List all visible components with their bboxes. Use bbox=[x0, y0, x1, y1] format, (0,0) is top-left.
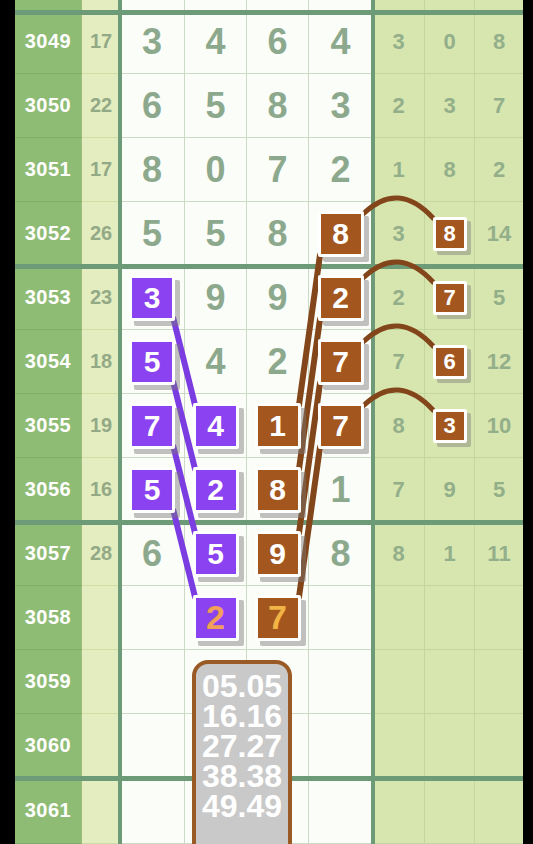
digit-cell: 8 bbox=[309, 522, 373, 586]
partial-row-cell bbox=[185, 0, 247, 10]
digit-cell: 4 bbox=[309, 10, 373, 74]
period-label: 3050 bbox=[15, 74, 82, 138]
period-label: 3051 bbox=[15, 138, 82, 202]
digit-cell: 5 bbox=[120, 458, 185, 522]
digit-cell: 7 bbox=[247, 586, 309, 650]
sum-value: 23 bbox=[82, 266, 120, 330]
digit-cell bbox=[309, 586, 373, 650]
digit-cell: 5 bbox=[185, 522, 247, 586]
digit-cell: 8 bbox=[120, 138, 185, 202]
digit-cell bbox=[309, 650, 373, 714]
digit-cell: 7 bbox=[309, 394, 373, 458]
period-label: 3053 bbox=[15, 266, 82, 330]
digit-cell: 7 bbox=[373, 458, 425, 522]
digit-cell bbox=[120, 778, 185, 844]
lottery-trend-screen: 3049173464308305022658323730511780721823… bbox=[0, 0, 533, 844]
digit-cell bbox=[185, 650, 247, 714]
sum-value: 26 bbox=[82, 202, 120, 266]
digit-cell: 3 bbox=[309, 74, 373, 138]
highlight-box: 5 bbox=[129, 339, 175, 385]
period-label: 3059 bbox=[15, 650, 82, 714]
digit-cell bbox=[247, 714, 309, 778]
digit-cell bbox=[373, 650, 425, 714]
digit-cell: 4 bbox=[185, 330, 247, 394]
highlight-box: 2 bbox=[193, 467, 239, 513]
digit-cell bbox=[475, 650, 523, 714]
period-label: 3056 bbox=[15, 458, 82, 522]
digit-cell: 5 bbox=[120, 330, 185, 394]
highlight-box: 8 bbox=[433, 217, 467, 251]
period-label: 3057 bbox=[15, 522, 82, 586]
sum-value: 28 bbox=[82, 522, 120, 586]
digit-cell: 6 bbox=[120, 74, 185, 138]
sum-value: 17 bbox=[82, 10, 120, 74]
digit-cell: 9 bbox=[185, 266, 247, 330]
highlight-box: 7 bbox=[129, 403, 175, 449]
digit-cell: 6 bbox=[120, 522, 185, 586]
digit-cell bbox=[309, 778, 373, 844]
period-label: 3055 bbox=[15, 394, 82, 458]
digit-cell: 11 bbox=[475, 522, 523, 586]
digit-cell: 2 bbox=[373, 74, 425, 138]
digit-cell: 7 bbox=[247, 138, 309, 202]
highlight-box: 3 bbox=[433, 409, 467, 443]
digit-cell: 4 bbox=[185, 394, 247, 458]
digit-cell: 3 bbox=[120, 10, 185, 74]
digit-cell: 9 bbox=[247, 266, 309, 330]
period-label: 3061 bbox=[15, 778, 82, 844]
digit-cell: 1 bbox=[309, 458, 373, 522]
digit-cell: 8 bbox=[475, 10, 523, 74]
highlight-box: 9 bbox=[255, 531, 301, 577]
digit-cell bbox=[120, 650, 185, 714]
digit-cell bbox=[475, 714, 523, 778]
highlight-box: 7 bbox=[433, 281, 467, 315]
digit-cell bbox=[120, 586, 185, 650]
digit-cell: 8 bbox=[373, 522, 425, 586]
digit-cell: 2 bbox=[373, 266, 425, 330]
partial-row-cell bbox=[475, 0, 523, 10]
digit-cell: 2 bbox=[247, 330, 309, 394]
digit-cell: 7 bbox=[475, 74, 523, 138]
digit-cell bbox=[247, 778, 309, 844]
digit-cell bbox=[425, 650, 475, 714]
digit-cell bbox=[475, 586, 523, 650]
digit-cell: 8 bbox=[309, 202, 373, 266]
digit-cell: 3 bbox=[373, 10, 425, 74]
highlight-box: 5 bbox=[129, 467, 175, 513]
digit-cell bbox=[373, 586, 425, 650]
sum-value: 16 bbox=[82, 458, 120, 522]
partial-row-cell bbox=[373, 0, 425, 10]
partial-row-cell bbox=[82, 0, 120, 10]
sum-value bbox=[82, 650, 120, 714]
digit-cell: 3 bbox=[425, 394, 475, 458]
digit-cell bbox=[425, 778, 475, 844]
digit-cell: 7 bbox=[373, 330, 425, 394]
digit-cell: 0 bbox=[425, 10, 475, 74]
digit-cell: 3 bbox=[120, 266, 185, 330]
digit-cell: 5 bbox=[185, 74, 247, 138]
digit-cell: 3 bbox=[425, 74, 475, 138]
digit-cell: 2 bbox=[309, 138, 373, 202]
digit-cell: 9 bbox=[425, 458, 475, 522]
digit-cell bbox=[425, 714, 475, 778]
highlight-box: 8 bbox=[318, 211, 364, 257]
digit-cell: 8 bbox=[247, 74, 309, 138]
highlight-box: 7 bbox=[255, 595, 301, 641]
digit-cell: 5 bbox=[120, 202, 185, 266]
digit-cell: 5 bbox=[475, 266, 523, 330]
digit-cell bbox=[373, 714, 425, 778]
digit-cell bbox=[425, 586, 475, 650]
digit-cell: 3 bbox=[373, 202, 425, 266]
highlight-box: 7 bbox=[318, 339, 364, 385]
digit-cell: 7 bbox=[309, 330, 373, 394]
digit-cell: 2 bbox=[185, 458, 247, 522]
digit-cell: 1 bbox=[373, 138, 425, 202]
trend-chart-board: 3049173464308305022658323730511780721823… bbox=[15, 0, 523, 844]
digit-cell bbox=[373, 778, 425, 844]
period-label: 3054 bbox=[15, 330, 82, 394]
digit-cell: 8 bbox=[425, 138, 475, 202]
sum-value bbox=[82, 586, 120, 650]
highlight-box: 2 bbox=[193, 595, 239, 641]
digit-cell bbox=[120, 714, 185, 778]
digit-cell: 6 bbox=[247, 10, 309, 74]
period-label: 3052 bbox=[15, 202, 82, 266]
partial-row-cell bbox=[15, 0, 82, 10]
highlight-box: 4 bbox=[193, 403, 239, 449]
sum-value bbox=[82, 778, 120, 844]
highlight-box: 3 bbox=[129, 275, 175, 321]
digit-cell: 9 bbox=[247, 522, 309, 586]
digit-cell: 10 bbox=[475, 394, 523, 458]
highlight-box: 5 bbox=[193, 531, 239, 577]
digit-cell: 2 bbox=[185, 586, 247, 650]
partial-row-cell bbox=[120, 0, 185, 10]
digit-cell: 1 bbox=[425, 522, 475, 586]
digit-cell: 5 bbox=[475, 458, 523, 522]
digit-cell: 2 bbox=[309, 266, 373, 330]
sum-value: 19 bbox=[82, 394, 120, 458]
highlight-box: 2 bbox=[318, 275, 364, 321]
sum-value bbox=[82, 714, 120, 778]
digit-cell: 2 bbox=[475, 138, 523, 202]
digit-cell: 12 bbox=[475, 330, 523, 394]
digit-cell: 8 bbox=[373, 394, 425, 458]
sum-value: 18 bbox=[82, 330, 120, 394]
period-label: 3060 bbox=[15, 714, 82, 778]
digit-cell: 7 bbox=[425, 266, 475, 330]
digit-cell bbox=[475, 778, 523, 844]
highlight-box: 6 bbox=[433, 345, 467, 379]
highlight-box: 7 bbox=[318, 403, 364, 449]
digit-cell: 5 bbox=[185, 202, 247, 266]
period-label: 3058 bbox=[15, 586, 82, 650]
digit-cell bbox=[185, 778, 247, 844]
sum-value: 22 bbox=[82, 74, 120, 138]
digit-cell: 8 bbox=[425, 202, 475, 266]
highlight-box: 1 bbox=[255, 403, 301, 449]
period-label: 3049 bbox=[15, 10, 82, 74]
digit-cell: 0 bbox=[185, 138, 247, 202]
digit-cell: 7 bbox=[120, 394, 185, 458]
digit-cell: 4 bbox=[185, 10, 247, 74]
digit-cell: 1 bbox=[247, 394, 309, 458]
digit-cell bbox=[309, 714, 373, 778]
digit-cell: 8 bbox=[247, 458, 309, 522]
partial-row-cell bbox=[247, 0, 309, 10]
partial-row-cell bbox=[309, 0, 373, 10]
digit-cell: 8 bbox=[247, 202, 309, 266]
digit-cell: 14 bbox=[475, 202, 523, 266]
partial-row-cell bbox=[425, 0, 475, 10]
digit-cell bbox=[247, 650, 309, 714]
digit-cell bbox=[185, 714, 247, 778]
digit-cell: 6 bbox=[425, 330, 475, 394]
highlight-box: 8 bbox=[255, 467, 301, 513]
sum-value: 17 bbox=[82, 138, 120, 202]
